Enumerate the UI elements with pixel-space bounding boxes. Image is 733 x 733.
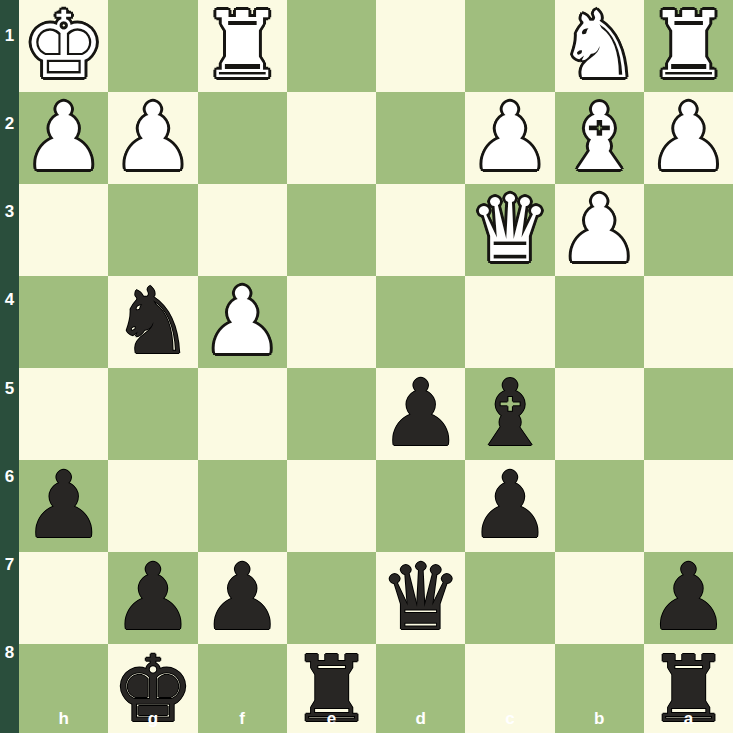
file-label-e: e xyxy=(287,705,376,733)
square-c6[interactable]: ♟ xyxy=(465,460,554,552)
square-h1[interactable]: ♚ xyxy=(19,0,108,92)
square-f1[interactable]: ♜ xyxy=(198,0,287,92)
piece-white-pawn[interactable]: ♟ xyxy=(112,92,194,184)
square-a6[interactable] xyxy=(644,460,733,552)
square-h7[interactable] xyxy=(19,552,108,644)
rank-label-3: 3 xyxy=(0,168,19,256)
square-e1[interactable] xyxy=(287,0,376,92)
piece-black-pawn[interactable]: ♟ xyxy=(469,460,551,552)
square-f2[interactable] xyxy=(198,92,287,184)
piece-black-queen[interactable]: ♛ xyxy=(379,552,461,644)
piece-white-pawn[interactable]: ♟ xyxy=(22,92,104,184)
square-g3[interactable] xyxy=(108,184,197,276)
piece-black-pawn[interactable]: ♟ xyxy=(22,460,104,552)
square-f3[interactable] xyxy=(198,184,287,276)
square-h2[interactable]: ♟ xyxy=(19,92,108,184)
square-c2[interactable]: ♟ xyxy=(465,92,554,184)
square-d2[interactable] xyxy=(376,92,465,184)
piece-white-pawn[interactable]: ♟ xyxy=(647,92,729,184)
square-c1[interactable] xyxy=(465,0,554,92)
square-d4[interactable] xyxy=(376,276,465,368)
square-b5[interactable] xyxy=(555,368,644,460)
chess-board: ♚♜♞♜♟♟♟♝♟♛♟♞♟♟♝♟♟♟♟♛♟♚♜♜ xyxy=(19,0,733,705)
square-h6[interactable]: ♟ xyxy=(19,460,108,552)
file-label-c: c xyxy=(465,705,554,733)
square-e3[interactable] xyxy=(287,184,376,276)
square-f6[interactable] xyxy=(198,460,287,552)
square-d5[interactable]: ♟ xyxy=(376,368,465,460)
square-a4[interactable] xyxy=(644,276,733,368)
square-c3[interactable]: ♛ xyxy=(465,184,554,276)
square-e2[interactable] xyxy=(287,92,376,184)
chess-board-frame: 12345678 ♚♜♞♜♟♟♟♝♟♛♟♞♟♟♝♟♟♟♟♛♟♚♜♜ hgfedc… xyxy=(0,0,733,733)
piece-white-pawn[interactable]: ♟ xyxy=(558,184,640,276)
piece-white-king[interactable]: ♚ xyxy=(22,0,104,92)
piece-white-rook[interactable]: ♜ xyxy=(647,0,729,92)
file-label-b: b xyxy=(555,705,644,733)
rank-label-7: 7 xyxy=(0,521,19,609)
square-f4[interactable]: ♟ xyxy=(198,276,287,368)
square-c4[interactable] xyxy=(465,276,554,368)
frame-corner xyxy=(0,705,19,733)
square-b6[interactable] xyxy=(555,460,644,552)
piece-white-pawn[interactable]: ♟ xyxy=(201,276,283,368)
piece-white-bishop[interactable]: ♝ xyxy=(558,92,640,184)
square-d7[interactable]: ♛ xyxy=(376,552,465,644)
piece-white-queen[interactable]: ♛ xyxy=(469,184,551,276)
square-a7[interactable]: ♟ xyxy=(644,552,733,644)
square-e5[interactable] xyxy=(287,368,376,460)
piece-white-rook[interactable]: ♜ xyxy=(201,0,283,92)
square-e6[interactable] xyxy=(287,460,376,552)
square-f7[interactable]: ♟ xyxy=(198,552,287,644)
rank-label-6: 6 xyxy=(0,433,19,521)
square-f5[interactable] xyxy=(198,368,287,460)
square-e7[interactable] xyxy=(287,552,376,644)
file-label-d: d xyxy=(376,705,465,733)
square-h3[interactable] xyxy=(19,184,108,276)
square-a1[interactable]: ♜ xyxy=(644,0,733,92)
square-a2[interactable]: ♟ xyxy=(644,92,733,184)
square-b7[interactable] xyxy=(555,552,644,644)
piece-white-knight[interactable]: ♞ xyxy=(558,0,640,92)
piece-black-pawn[interactable]: ♟ xyxy=(112,552,194,644)
square-b1[interactable]: ♞ xyxy=(555,0,644,92)
square-c5[interactable]: ♝ xyxy=(465,368,554,460)
piece-black-pawn[interactable]: ♟ xyxy=(201,552,283,644)
rank-label-8: 8 xyxy=(0,609,19,697)
square-g6[interactable] xyxy=(108,460,197,552)
square-g1[interactable] xyxy=(108,0,197,92)
piece-black-pawn[interactable]: ♟ xyxy=(647,552,729,644)
rank-label-4: 4 xyxy=(0,256,19,344)
piece-black-bishop[interactable]: ♝ xyxy=(469,368,551,460)
file-label-a: a xyxy=(644,705,733,733)
piece-black-knight[interactable]: ♞ xyxy=(112,276,194,368)
square-e4[interactable] xyxy=(287,276,376,368)
square-a3[interactable] xyxy=(644,184,733,276)
square-b2[interactable]: ♝ xyxy=(555,92,644,184)
square-g4[interactable]: ♞ xyxy=(108,276,197,368)
square-d1[interactable] xyxy=(376,0,465,92)
square-d6[interactable] xyxy=(376,460,465,552)
file-label-h: h xyxy=(19,705,108,733)
square-b4[interactable] xyxy=(555,276,644,368)
rank-label-2: 2 xyxy=(0,80,19,168)
square-a5[interactable] xyxy=(644,368,733,460)
square-c7[interactable] xyxy=(465,552,554,644)
rank-label-5: 5 xyxy=(0,345,19,433)
file-labels: hgfedcba xyxy=(19,705,733,733)
piece-black-pawn[interactable]: ♟ xyxy=(379,368,461,460)
square-d3[interactable] xyxy=(376,184,465,276)
rank-labels: 12345678 xyxy=(0,0,19,705)
square-b3[interactable]: ♟ xyxy=(555,184,644,276)
square-h5[interactable] xyxy=(19,368,108,460)
file-label-f: f xyxy=(198,705,287,733)
square-g2[interactable]: ♟ xyxy=(108,92,197,184)
file-label-g: g xyxy=(108,705,197,733)
square-g7[interactable]: ♟ xyxy=(108,552,197,644)
piece-white-pawn[interactable]: ♟ xyxy=(469,92,551,184)
square-h4[interactable] xyxy=(19,276,108,368)
square-g5[interactable] xyxy=(108,368,197,460)
rank-label-1: 1 xyxy=(0,0,19,80)
